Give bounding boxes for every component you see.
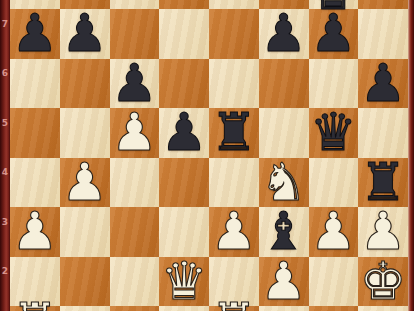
- square-d7[interactable]: [159, 9, 209, 59]
- square-e6[interactable]: [209, 59, 259, 109]
- square-a5[interactable]: [10, 108, 60, 158]
- piece-black-pawn[interactable]: ♟: [161, 108, 208, 158]
- square-b1[interactable]: [60, 306, 110, 311]
- square-f4[interactable]: ♞: [259, 158, 309, 208]
- piece-white-pawn[interactable]: ♟: [260, 257, 307, 307]
- square-c2[interactable]: [110, 257, 160, 307]
- board-frame-left: 87654321: [0, 0, 10, 311]
- square-g3[interactable]: ♟: [309, 207, 359, 257]
- rank-label-3: 3: [0, 216, 10, 228]
- piece-white-rook[interactable]: ♜: [12, 298, 59, 311]
- piece-white-knight[interactable]: ♞: [260, 158, 307, 208]
- piece-white-pawn[interactable]: ♟: [310, 207, 357, 257]
- square-c1[interactable]: [110, 306, 160, 311]
- square-f5[interactable]: [259, 108, 309, 158]
- piece-white-king[interactable]: ♚: [360, 257, 407, 307]
- piece-white-pawn[interactable]: ♟: [12, 207, 59, 257]
- piece-white-queen[interactable]: ♛: [161, 257, 208, 307]
- square-e7[interactable]: [209, 9, 259, 59]
- square-h8[interactable]: [358, 0, 408, 9]
- chessboard: ♚♟♟♟♟♟♟♟♟♜♛♟♞♜♟♟♝♟♟♛♟♚♜♜ 87654321: [0, 0, 414, 311]
- piece-black-rook[interactable]: ♜: [360, 158, 407, 208]
- piece-black-pawn[interactable]: ♟: [310, 9, 357, 59]
- square-h4[interactable]: ♜: [358, 158, 408, 208]
- square-b4[interactable]: ♟: [60, 158, 110, 208]
- square-f7[interactable]: ♟: [259, 9, 309, 59]
- square-g7[interactable]: ♟: [309, 9, 359, 59]
- square-g2[interactable]: [309, 257, 359, 307]
- square-g4[interactable]: [309, 158, 359, 208]
- piece-black-pawn[interactable]: ♟: [61, 9, 108, 59]
- square-e4[interactable]: [209, 158, 259, 208]
- square-b2[interactable]: [60, 257, 110, 307]
- square-c7[interactable]: [110, 9, 160, 59]
- square-c5[interactable]: ♟: [110, 108, 160, 158]
- board-grid: ♚♟♟♟♟♟♟♟♟♜♛♟♞♜♟♟♝♟♟♛♟♚♜♜: [10, 0, 408, 311]
- square-g1[interactable]: [309, 306, 359, 311]
- board-frame-right: [408, 0, 414, 311]
- square-c3[interactable]: [110, 207, 160, 257]
- rank-label-2: 2: [0, 265, 10, 277]
- piece-black-rook[interactable]: ♜: [211, 108, 258, 158]
- square-e3[interactable]: ♟: [209, 207, 259, 257]
- square-e8[interactable]: [209, 0, 259, 9]
- square-b6[interactable]: [60, 59, 110, 109]
- rank-label-6: 6: [0, 67, 10, 79]
- square-a7[interactable]: ♟: [10, 9, 60, 59]
- square-f6[interactable]: [259, 59, 309, 109]
- square-e5[interactable]: ♜: [209, 108, 259, 158]
- piece-black-pawn[interactable]: ♟: [260, 9, 307, 59]
- square-f2[interactable]: ♟: [259, 257, 309, 307]
- square-c4[interactable]: [110, 158, 160, 208]
- square-b3[interactable]: [60, 207, 110, 257]
- square-g5[interactable]: ♛: [309, 108, 359, 158]
- square-h2[interactable]: ♚: [358, 257, 408, 307]
- piece-black-queen[interactable]: ♛: [310, 108, 357, 158]
- square-b5[interactable]: [60, 108, 110, 158]
- square-h3[interactable]: ♟: [358, 207, 408, 257]
- piece-white-pawn[interactable]: ♟: [211, 207, 258, 257]
- square-g6[interactable]: [309, 59, 359, 109]
- square-d3[interactable]: [159, 207, 209, 257]
- square-e1[interactable]: ♜: [209, 306, 259, 311]
- piece-white-rook[interactable]: ♜: [211, 298, 258, 311]
- square-d6[interactable]: [159, 59, 209, 109]
- square-a4[interactable]: [10, 158, 60, 208]
- piece-white-pawn[interactable]: ♟: [111, 108, 158, 158]
- square-a3[interactable]: ♟: [10, 207, 60, 257]
- square-h7[interactable]: [358, 9, 408, 59]
- piece-black-pawn[interactable]: ♟: [111, 59, 158, 109]
- rank-label-4: 4: [0, 166, 10, 178]
- square-d4[interactable]: [159, 158, 209, 208]
- square-c8[interactable]: [110, 0, 160, 9]
- square-d8[interactable]: [159, 0, 209, 9]
- piece-white-pawn[interactable]: ♟: [61, 158, 108, 208]
- square-h6[interactable]: ♟: [358, 59, 408, 109]
- rank-label-7: 7: [0, 18, 10, 30]
- square-a1[interactable]: ♜: [10, 306, 60, 311]
- piece-black-pawn[interactable]: ♟: [12, 9, 59, 59]
- piece-white-pawn[interactable]: ♟: [360, 207, 407, 257]
- square-a6[interactable]: [10, 59, 60, 109]
- rank-label-5: 5: [0, 117, 10, 129]
- square-d2[interactable]: ♛: [159, 257, 209, 307]
- square-h5[interactable]: [358, 108, 408, 158]
- square-c6[interactable]: ♟: [110, 59, 160, 109]
- piece-black-bishop[interactable]: ♝: [260, 207, 307, 257]
- piece-black-pawn[interactable]: ♟: [360, 59, 407, 109]
- square-d5[interactable]: ♟: [159, 108, 209, 158]
- square-b7[interactable]: ♟: [60, 9, 110, 59]
- square-f3[interactable]: ♝: [259, 207, 309, 257]
